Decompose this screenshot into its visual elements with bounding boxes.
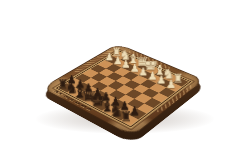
product-photo-scene: АРМЕНИЯ ♜♞♝♛♚♝♞♜♟♟♟♟♟♟♟♟♟♟♟♟♟♟♟♟♜♞♝♛♚♝♞♜ (0, 0, 240, 150)
light-pawn[interactable]: ♟ (165, 77, 177, 89)
dark-rook[interactable]: ♜ (120, 110, 133, 123)
